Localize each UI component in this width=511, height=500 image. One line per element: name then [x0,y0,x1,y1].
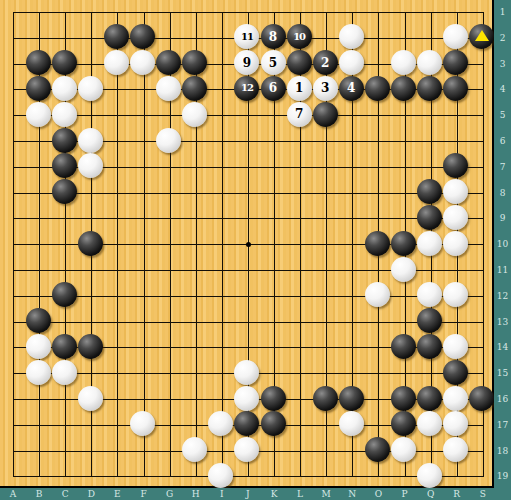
black-stone [391,231,416,256]
black-stone [391,386,416,411]
row-label: 18 [494,446,511,456]
white-stone [443,205,468,230]
move-number: 7 [295,108,303,120]
white-stone [234,437,259,462]
white-stone [443,334,468,359]
white-stone [443,231,468,256]
white-stone: 1 [287,76,312,101]
white-stone [391,257,416,282]
black-stone [261,386,286,411]
black-stone [443,153,468,178]
black-stone [391,411,416,436]
row-label: 1 [494,7,511,17]
row-label: 7 [494,162,511,172]
move-number: 6 [269,82,277,94]
white-stone: 11 [234,24,259,49]
row-label: 15 [494,368,511,378]
row-label: 3 [494,59,511,69]
white-stone [417,231,442,256]
black-stone: 12 [234,76,259,101]
black-stone [443,50,468,75]
move-number: 2 [321,57,329,69]
white-stone [208,463,233,488]
white-stone [417,282,442,307]
move-number: 3 [321,82,329,94]
black-stone [313,102,338,127]
column-label: L [293,489,307,499]
black-stone [391,76,416,101]
column-label: J [241,489,255,499]
white-stone [130,50,155,75]
black-stone [365,437,390,462]
black-stone [417,205,442,230]
white-stone: 7 [287,102,312,127]
triangle-marker-icon [475,30,489,41]
black-stone: 10 [287,24,312,49]
white-stone: 3 [313,76,338,101]
black-stone [130,24,155,49]
column-label: Q [424,489,438,499]
row-label: 16 [494,394,511,404]
white-stone [391,50,416,75]
row-label: 13 [494,317,511,327]
white-stone [78,386,103,411]
white-stone [52,76,77,101]
column-label: M [319,489,333,499]
black-stone [365,76,390,101]
black-stone [417,76,442,101]
black-stone: 8 [261,24,286,49]
black-stone [52,334,77,359]
black-stone [417,179,442,204]
column-label: A [6,489,20,499]
row-label: 5 [494,110,511,120]
black-stone [78,334,103,359]
black-stone [52,282,77,307]
grid-line [13,322,484,323]
black-stone [26,308,51,333]
black-stone [26,76,51,101]
black-stone [182,76,207,101]
row-label: 6 [494,136,511,146]
white-stone [182,437,207,462]
column-label: E [110,489,124,499]
white-stone [443,179,468,204]
white-stone [417,463,442,488]
black-stone [417,334,442,359]
black-stone [52,179,77,204]
black-stone: 4 [339,76,364,101]
white-stone [339,50,364,75]
column-coordinate-strip: ABCDEFGHIJKLMNOPQRS [0,488,511,500]
white-stone [182,102,207,127]
row-label: 10 [494,239,511,249]
black-stone [52,153,77,178]
row-label: 8 [494,188,511,198]
black-stone [469,24,494,49]
row-label: 19 [494,471,511,481]
white-stone [234,360,259,385]
black-stone [391,334,416,359]
white-stone [443,282,468,307]
move-number: 11 [241,32,253,42]
row-label: 17 [494,420,511,430]
black-stone [339,386,364,411]
black-stone [365,231,390,256]
white-stone [156,128,181,153]
column-label: K [267,489,281,499]
row-coordinate-strip: 12345678910111213141516171819 [494,0,511,500]
white-stone: 5 [261,50,286,75]
black-stone [26,50,51,75]
white-stone [417,50,442,75]
row-label: 12 [494,291,511,301]
white-stone [339,411,364,436]
white-stone [26,360,51,385]
row-label: 2 [494,33,511,43]
move-number: 12 [241,83,253,93]
move-number: 4 [347,82,355,94]
column-label: I [215,489,229,499]
grid-line [13,296,484,297]
star-point [246,242,251,247]
move-number: 8 [269,31,277,43]
white-stone [339,24,364,49]
black-stone [52,50,77,75]
white-stone [52,102,77,127]
white-stone [443,411,468,436]
white-stone [26,102,51,127]
go-board[interactable]: 118109521261347 [0,0,494,488]
white-stone [443,386,468,411]
column-label: D [84,489,98,499]
black-stone [417,308,442,333]
black-stone [182,50,207,75]
white-stone [443,437,468,462]
white-stone [365,282,390,307]
black-stone [261,411,286,436]
white-stone [208,411,233,436]
white-stone [417,411,442,436]
black-stone [417,386,442,411]
move-number: 10 [293,32,305,42]
go-app-window: 118109521261347 123456789101112131415161… [0,0,511,500]
white-stone [130,411,155,436]
black-stone [469,386,494,411]
black-stone [104,24,129,49]
column-label: G [163,489,177,499]
column-label: B [32,489,46,499]
column-label: C [58,489,72,499]
row-label: 14 [494,342,511,352]
white-stone [78,76,103,101]
black-stone [52,128,77,153]
white-stone [26,334,51,359]
black-stone [443,360,468,385]
move-number: 9 [243,57,251,69]
white-stone [52,360,77,385]
grid-line [13,476,484,477]
column-label: H [189,489,203,499]
black-stone: 2 [313,50,338,75]
white-stone [78,128,103,153]
black-stone [443,76,468,101]
column-label: S [476,489,490,499]
column-label: F [137,489,151,499]
white-stone [78,153,103,178]
black-stone [234,411,259,436]
column-label: R [450,489,464,499]
column-label: P [398,489,412,499]
move-number: 1 [295,82,303,94]
column-label: O [371,489,385,499]
black-stone [156,50,181,75]
white-stone [104,50,129,75]
white-stone [234,386,259,411]
black-stone [287,50,312,75]
white-stone: 9 [234,50,259,75]
black-stone [313,386,338,411]
black-stone [78,231,103,256]
column-label: N [345,489,359,499]
row-label: 4 [494,84,511,94]
black-stone: 6 [261,76,286,101]
white-stone [443,24,468,49]
row-label: 11 [494,265,511,275]
white-stone [391,437,416,462]
white-stone [156,76,181,101]
row-label: 9 [494,213,511,223]
move-number: 5 [269,57,277,69]
